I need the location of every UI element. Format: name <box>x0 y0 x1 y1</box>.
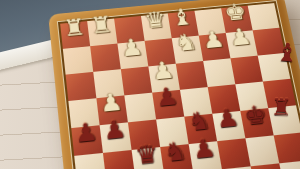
square-r1c6[interactable]: ♟ <box>226 30 258 58</box>
square-r0c0[interactable]: ♜ <box>60 21 90 49</box>
square-r5c2[interactable]: ♛ <box>132 147 165 169</box>
square-r1c2[interactable]: ♟ <box>117 41 148 69</box>
square-r2c0[interactable] <box>66 72 97 101</box>
square-r2c2[interactable] <box>121 66 152 95</box>
piece-white-pawn[interactable]: ♟ <box>117 34 148 62</box>
piece-white-pawn[interactable]: ♟ <box>225 24 257 52</box>
piece-white-knight[interactable]: ♞ <box>171 29 202 57</box>
piece-white-queen[interactable]: ♛ <box>140 7 171 34</box>
piece-red-pawn[interactable]: ♟ <box>151 83 183 112</box>
board-grid[interactable]: ♜♜♛♝♚♟♞♟♟♟♟♟♟♟♞♟♚♛♞♟♝ <box>60 3 300 169</box>
square-r3c2[interactable] <box>124 93 156 123</box>
square-r5c4[interactable]: ♟ <box>189 141 222 169</box>
square-r2c4[interactable] <box>176 61 208 90</box>
square-r1c4[interactable]: ♞ <box>172 36 203 64</box>
piece-red-pawn[interactable]: ♟ <box>70 118 102 148</box>
captured-red-bishop[interactable]: ♝ <box>275 39 299 66</box>
square-r5c0[interactable] <box>74 153 106 169</box>
piece-red-pawn[interactable]: ♟ <box>99 115 131 145</box>
square-r0c3[interactable]: ♛ <box>141 13 172 41</box>
square-r1c0[interactable] <box>63 46 93 74</box>
square-r0c7[interactable] <box>248 3 280 30</box>
piece-red-pawn[interactable]: ♟ <box>187 134 220 165</box>
square-r4c1[interactable]: ♟ <box>100 122 132 153</box>
square-r5c1[interactable] <box>103 150 135 169</box>
chess-board-frame: ♜♜♛♝♚♟♞♟♟♟♟♟♟♟♞♟♚♛♞♟♝ <box>48 0 300 169</box>
piece-white-rook[interactable]: ♜ <box>59 15 89 43</box>
square-r4c0[interactable]: ♟ <box>71 125 103 156</box>
photo-scene: ♜♜♛♝♚♟♞♟♟♟♟♟♟♟♞♟♚♛♞♟♝ ♝ ♜ <box>0 0 300 169</box>
square-r5c7[interactable] <box>274 132 300 163</box>
piece-white-rook[interactable]: ♜ <box>86 12 116 39</box>
piece-red-queen[interactable]: ♛ <box>131 140 164 169</box>
captured-red-rook[interactable]: ♜ <box>271 96 292 120</box>
square-r5c3[interactable]: ♞ <box>160 144 193 169</box>
square-r4c6[interactable]: ♚ <box>240 108 273 138</box>
square-r1c1[interactable] <box>90 44 121 72</box>
piece-red-knight[interactable]: ♞ <box>159 137 192 168</box>
square-r3c3[interactable]: ♟ <box>152 90 184 120</box>
square-r0c1[interactable]: ♜ <box>87 19 117 47</box>
piece-red-king[interactable]: ♚ <box>239 101 272 131</box>
